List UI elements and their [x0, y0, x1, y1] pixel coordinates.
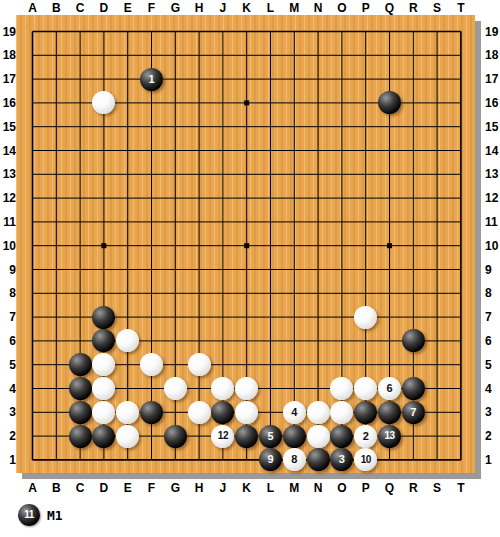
column-label-bottom-R: R — [404, 481, 422, 496]
star-point-K10 — [244, 243, 249, 248]
row-label-left-17: 17 — [0, 71, 16, 87]
move-number-3: 3 — [339, 454, 345, 465]
row-label-right-19: 19 — [485, 24, 500, 40]
row-label-right-3: 3 — [485, 404, 500, 420]
column-label-top-H: H — [190, 1, 208, 16]
row-label-right-16: 16 — [485, 95, 500, 111]
row-label-right-1: 1 — [485, 452, 500, 468]
white-stone-P7 — [354, 306, 377, 329]
move-number-13: 13 — [384, 431, 394, 441]
column-label-top-B: B — [47, 1, 65, 16]
column-label-top-J: J — [214, 1, 232, 16]
row-label-left-5: 5 — [0, 357, 16, 373]
black-stone-N1 — [307, 448, 330, 471]
row-label-left-16: 16 — [0, 95, 16, 111]
black-stone-F3 — [140, 401, 163, 424]
white-stone-G4 — [164, 377, 187, 400]
column-label-bottom-E: E — [119, 481, 137, 496]
row-label-left-4: 4 — [0, 381, 16, 397]
go-board[interactable]: 164712521398310 — [16, 15, 475, 473]
black-stone-L2: 5 — [259, 425, 282, 448]
row-label-right-9: 9 — [485, 262, 500, 278]
white-stone-E2 — [116, 425, 139, 448]
row-label-left-14: 14 — [0, 143, 16, 159]
row-label-left-13: 13 — [0, 166, 16, 182]
row-label-left-1: 1 — [0, 452, 16, 468]
row-label-left-3: 3 — [0, 404, 16, 420]
row-label-left-18: 18 — [0, 47, 16, 63]
row-label-right-18: 18 — [485, 47, 500, 63]
row-label-right-12: 12 — [485, 190, 500, 206]
black-stone-G2 — [164, 425, 187, 448]
move-number-12: 12 — [218, 431, 228, 441]
column-label-bottom-A: A — [24, 481, 42, 496]
black-stone-C4 — [69, 377, 92, 400]
move-number-10: 10 — [361, 455, 371, 465]
move-number-2: 2 — [363, 431, 369, 442]
black-stone-C2 — [69, 425, 92, 448]
row-label-right-11: 11 — [485, 214, 500, 230]
white-stone-M3: 4 — [283, 401, 306, 424]
row-label-left-9: 9 — [0, 262, 16, 278]
row-label-left-19: 19 — [0, 24, 16, 40]
column-label-top-M: M — [285, 1, 303, 16]
row-label-left-8: 8 — [0, 285, 16, 301]
column-label-top-Q: Q — [381, 1, 399, 16]
row-label-left-12: 12 — [0, 190, 16, 206]
row-label-right-10: 10 — [485, 238, 500, 254]
column-label-top-R: R — [404, 1, 422, 16]
move-number-7: 7 — [410, 407, 416, 418]
column-label-bottom-L: L — [262, 481, 280, 496]
move-number-9: 9 — [267, 454, 273, 465]
column-label-bottom-S: S — [428, 481, 446, 496]
column-label-bottom-G: G — [166, 481, 184, 496]
go-diagram-page: { "game": "go", "board": { "size": 19, "… — [0, 0, 500, 537]
row-label-right-2: 2 — [485, 428, 500, 444]
black-stone-F17: 1 — [140, 68, 163, 91]
white-stone-H5 — [188, 353, 211, 376]
move-caption: 11 M1 — [18, 503, 63, 527]
row-label-right-5: 5 — [485, 357, 500, 373]
star-point-K16 — [244, 100, 249, 105]
column-label-bottom-Q: Q — [381, 481, 399, 496]
row-label-right-6: 6 — [485, 333, 500, 349]
column-label-bottom-N: N — [309, 481, 327, 496]
caption-move-number: 11 — [24, 510, 34, 520]
column-label-top-E: E — [119, 1, 137, 16]
move-number-5: 5 — [267, 431, 273, 442]
move-number-4: 4 — [291, 407, 297, 418]
row-label-left-11: 11 — [0, 214, 16, 230]
column-label-top-G: G — [166, 1, 184, 16]
white-stone-J2: 12 — [211, 425, 234, 448]
row-label-right-13: 13 — [485, 166, 500, 182]
column-label-top-F: F — [143, 1, 161, 16]
column-label-bottom-H: H — [190, 481, 208, 496]
move-number-8: 8 — [291, 454, 297, 465]
row-label-left-10: 10 — [0, 238, 16, 254]
column-label-top-A: A — [24, 1, 42, 16]
move-number-1: 1 — [148, 74, 154, 85]
row-label-right-17: 17 — [485, 71, 500, 87]
black-stone-M2 — [283, 425, 306, 448]
white-stone-N2 — [307, 425, 330, 448]
white-stone-Q4: 6 — [378, 377, 401, 400]
black-stone-Q2: 13 — [378, 425, 401, 448]
black-stone-Q3 — [378, 401, 401, 424]
row-label-right-8: 8 — [485, 285, 500, 301]
column-label-top-S: S — [428, 1, 446, 16]
row-label-left-15: 15 — [0, 119, 16, 135]
column-label-top-K: K — [238, 1, 256, 16]
column-label-bottom-B: B — [47, 481, 65, 496]
black-stone-D7 — [92, 306, 115, 329]
row-label-left-6: 6 — [0, 333, 16, 349]
star-point-D10 — [101, 243, 106, 248]
white-stone-N3 — [307, 401, 330, 424]
black-stone-R4 — [402, 377, 425, 400]
column-label-top-D: D — [95, 1, 113, 16]
black-stone-P3 — [354, 401, 377, 424]
column-label-bottom-D: D — [95, 481, 113, 496]
caption-move-stone: 11 — [18, 504, 40, 526]
row-label-right-15: 15 — [485, 119, 500, 135]
column-label-bottom-T: T — [452, 481, 470, 496]
black-stone-C5 — [69, 353, 92, 376]
row-label-right-7: 7 — [485, 309, 500, 325]
black-stone-K2 — [235, 425, 258, 448]
row-label-left-2: 2 — [0, 428, 16, 444]
black-stone-R3: 7 — [402, 401, 425, 424]
column-label-top-P: P — [357, 1, 375, 16]
column-label-bottom-C: C — [71, 481, 89, 496]
row-label-right-14: 14 — [485, 143, 500, 159]
white-stone-P2: 2 — [354, 425, 377, 448]
column-label-top-L: L — [262, 1, 280, 16]
black-stone-C3 — [69, 401, 92, 424]
white-stone-E3 — [116, 401, 139, 424]
column-label-bottom-O: O — [333, 481, 351, 496]
black-stone-O2 — [330, 425, 353, 448]
column-label-top-O: O — [333, 1, 351, 16]
column-label-bottom-M: M — [285, 481, 303, 496]
black-stone-D2 — [92, 425, 115, 448]
white-stone-K3 — [235, 401, 258, 424]
white-stone-H3 — [188, 401, 211, 424]
column-label-bottom-J: J — [214, 481, 232, 496]
caption-move-point: M1 — [47, 508, 63, 523]
column-label-top-N: N — [309, 1, 327, 16]
column-label-top-T: T — [452, 1, 470, 16]
row-label-right-4: 4 — [485, 381, 500, 397]
column-label-bottom-K: K — [238, 481, 256, 496]
row-label-left-7: 7 — [0, 309, 16, 325]
column-label-top-C: C — [71, 1, 89, 16]
column-label-bottom-P: P — [357, 481, 375, 496]
column-label-bottom-F: F — [143, 481, 161, 496]
star-point-Q10 — [387, 243, 392, 248]
move-number-6: 6 — [386, 383, 392, 394]
